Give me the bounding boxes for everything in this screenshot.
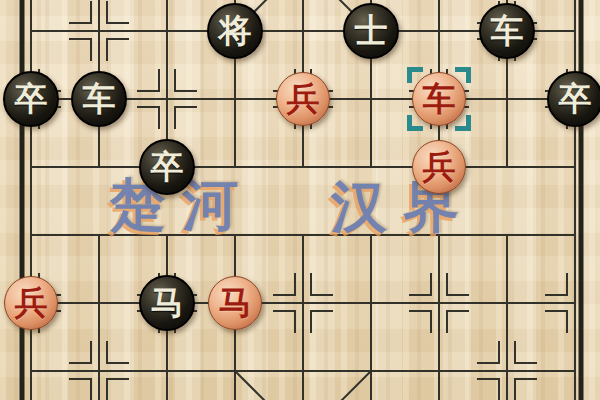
piece-glyph: 兵: [287, 82, 320, 115]
piece-glyph: 车: [423, 82, 456, 115]
piece-layer: 将士车卒车兵车卒卒兵兵马马: [0, 0, 600, 400]
piece-glyph: 兵: [15, 286, 48, 319]
cell-file6-rank4[interactable]: 兵: [405, 133, 473, 201]
piece-black-advisor[interactable]: 士: [343, 3, 399, 59]
cell-file0-rank3[interactable]: 卒: [0, 65, 65, 133]
xiangqi-board[interactable]: 楚河 汉界 将士车卒车兵车卒卒兵兵马马: [0, 0, 600, 400]
piece-glyph: 马: [151, 286, 184, 319]
piece-glyph: 兵: [423, 150, 456, 183]
cell-file7-rank2[interactable]: 车: [473, 0, 541, 65]
piece-red-soldier[interactable]: 兵: [276, 72, 330, 126]
piece-glyph: 将: [219, 14, 252, 47]
cell-file0-rank6[interactable]: 兵: [0, 269, 65, 337]
piece-black-general[interactable]: 将: [207, 3, 263, 59]
piece-black-soldier[interactable]: 卒: [547, 71, 600, 127]
piece-black-chariot[interactable]: 车: [479, 3, 535, 59]
piece-glyph: 卒: [559, 82, 592, 115]
cell-file8-rank3[interactable]: 卒: [541, 65, 600, 133]
piece-red-soldier[interactable]: 兵: [4, 276, 58, 330]
piece-glyph: 卒: [151, 150, 184, 183]
cell-file2-rank6[interactable]: 马: [133, 269, 201, 337]
cell-file4-rank3[interactable]: 兵: [269, 65, 337, 133]
cell-file3-rank6[interactable]: 马: [201, 269, 269, 337]
piece-glyph: 士: [355, 14, 388, 47]
piece-glyph: 车: [491, 14, 524, 47]
piece-red-horse[interactable]: 马: [208, 276, 262, 330]
cell-file1-rank3[interactable]: 车: [65, 65, 133, 133]
cell-file2-rank4[interactable]: 卒: [133, 133, 201, 201]
cell-file6-rank3[interactable]: 车: [405, 65, 473, 133]
piece-red-soldier[interactable]: 兵: [412, 140, 466, 194]
piece-red-chariot[interactable]: 车: [412, 72, 466, 126]
piece-black-horse[interactable]: 马: [139, 275, 195, 331]
piece-glyph: 车: [83, 82, 116, 115]
cell-file5-rank2[interactable]: 士: [337, 0, 405, 65]
piece-black-chariot[interactable]: 车: [71, 71, 127, 127]
piece-glyph: 马: [219, 286, 252, 319]
cell-file3-rank2[interactable]: 将: [201, 0, 269, 65]
piece-black-soldier[interactable]: 卒: [139, 139, 195, 195]
piece-black-soldier[interactable]: 卒: [3, 71, 59, 127]
piece-glyph: 卒: [15, 82, 48, 115]
